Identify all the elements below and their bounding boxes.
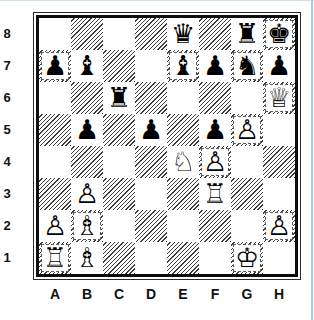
image-top-edge-line: [0, 0, 314, 1]
square-f7[interactable]: ♟: [199, 50, 231, 82]
piece-white-knight-e4: ♘: [167, 146, 199, 178]
square-e2[interactable]: [167, 210, 199, 242]
square-e8[interactable]: ♛: [167, 18, 199, 50]
rank-label-3: 3: [0, 178, 14, 210]
square-a6[interactable]: [39, 82, 71, 114]
image-right-edge-line: [311, 0, 313, 320]
square-b8[interactable]: [71, 18, 103, 50]
file-label-d: D: [135, 284, 167, 304]
square-g6[interactable]: [231, 82, 263, 114]
rank-label-2: 2: [0, 210, 14, 242]
piece-black-bishop-b7: ♝: [71, 50, 103, 82]
piece-white-pawn-h2: ♙: [263, 210, 295, 242]
square-d7[interactable]: [135, 50, 167, 82]
square-f1[interactable]: [199, 242, 231, 274]
square-c7[interactable]: [103, 50, 135, 82]
square-e4[interactable]: ♘: [167, 146, 199, 178]
square-b7[interactable]: ♝: [71, 50, 103, 82]
square-b1[interactable]: ♗: [71, 242, 103, 274]
piece-white-pawn-g5: ♙: [231, 114, 263, 146]
square-f6[interactable]: [199, 82, 231, 114]
square-a3[interactable]: [39, 178, 71, 210]
square-f8[interactable]: [199, 18, 231, 50]
piece-black-rook-g8: ♜: [231, 18, 263, 50]
square-g3[interactable]: [231, 178, 263, 210]
square-g7[interactable]: ♞: [231, 50, 263, 82]
square-a1[interactable]: ♖: [39, 242, 71, 274]
board-border: ♛♜♚♟♝♝♟♞♟♜♕♟♟♟♙♘♙♙♖♙♗♙♖♗♔: [36, 15, 298, 277]
square-g5[interactable]: ♙: [231, 114, 263, 146]
piece-white-pawn-b3: ♙: [71, 178, 103, 210]
square-b4[interactable]: [71, 146, 103, 178]
piece-black-knight-g7: ♞: [231, 50, 263, 82]
square-d6[interactable]: [135, 82, 167, 114]
square-f4[interactable]: ♙: [199, 146, 231, 178]
file-label-e: E: [167, 284, 199, 304]
square-a7[interactable]: ♟: [39, 50, 71, 82]
square-c1[interactable]: [103, 242, 135, 274]
square-h1[interactable]: [263, 242, 295, 274]
square-d5[interactable]: ♟: [135, 114, 167, 146]
piece-white-rook-a1: ♖: [39, 242, 71, 274]
square-e1[interactable]: [167, 242, 199, 274]
file-label-c: C: [103, 284, 135, 304]
square-h2[interactable]: ♙: [263, 210, 295, 242]
square-c6[interactable]: ♜: [103, 82, 135, 114]
square-d8[interactable]: [135, 18, 167, 50]
piece-black-pawn-a7: ♟: [39, 50, 71, 82]
chess-diagram: 87654321 ♛♜♚♟♝♝♟♞♟♜♕♟♟♟♙♘♙♙♖♙♗♙♖♗♔ ABCDE…: [0, 0, 314, 320]
piece-black-pawn-f7: ♟: [199, 50, 231, 82]
square-c3[interactable]: [103, 178, 135, 210]
square-g2[interactable]: [231, 210, 263, 242]
square-c4[interactable]: [103, 146, 135, 178]
square-g4[interactable]: [231, 146, 263, 178]
square-f5[interactable]: ♟: [199, 114, 231, 146]
square-d3[interactable]: [135, 178, 167, 210]
file-label-f: F: [199, 284, 231, 304]
square-h3[interactable]: [263, 178, 295, 210]
chess-board: ♛♜♚♟♝♝♟♞♟♜♕♟♟♟♙♘♙♙♖♙♗♙♖♗♔: [39, 18, 295, 274]
file-labels: ABCDEFGH: [39, 284, 295, 304]
rank-label-6: 6: [0, 82, 14, 114]
piece-black-pawn-f5: ♟: [199, 114, 231, 146]
piece-white-pawn-f4: ♙: [199, 146, 231, 178]
piece-black-queen-e8: ♛: [167, 18, 199, 50]
square-h5[interactable]: [263, 114, 295, 146]
rank-labels: 87654321: [0, 18, 14, 274]
file-label-a: A: [39, 284, 71, 304]
square-f3[interactable]: ♖: [199, 178, 231, 210]
square-b3[interactable]: ♙: [71, 178, 103, 210]
piece-black-king-h8: ♚: [263, 18, 295, 50]
square-g1[interactable]: ♔: [231, 242, 263, 274]
square-h4[interactable]: [263, 146, 295, 178]
piece-white-bishop-b2: ♗: [71, 210, 103, 242]
square-b6[interactable]: [71, 82, 103, 114]
piece-black-pawn-h7: ♟: [263, 50, 295, 82]
board-frame: ♛♜♚♟♝♝♟♞♟♜♕♟♟♟♙♘♙♙♖♙♗♙♖♗♔: [33, 12, 301, 280]
square-a4[interactable]: [39, 146, 71, 178]
piece-black-bishop-e7: ♝: [167, 50, 199, 82]
rank-label-1: 1: [0, 242, 14, 274]
square-c5[interactable]: [103, 114, 135, 146]
square-c2[interactable]: [103, 210, 135, 242]
piece-white-pawn-a2: ♙: [39, 210, 71, 242]
square-h6[interactable]: ♕: [263, 82, 295, 114]
square-a5[interactable]: [39, 114, 71, 146]
piece-white-rook-f3: ♖: [199, 178, 231, 210]
square-f2[interactable]: [199, 210, 231, 242]
square-d1[interactable]: [135, 242, 167, 274]
file-label-g: G: [231, 284, 263, 304]
piece-black-rook-c6: ♜: [103, 82, 135, 114]
piece-white-queen-h6: ♕: [263, 82, 295, 114]
square-b2[interactable]: ♗: [71, 210, 103, 242]
piece-black-pawn-b5: ♟: [71, 114, 103, 146]
square-e5[interactable]: [167, 114, 199, 146]
piece-white-bishop-b1: ♗: [71, 242, 103, 274]
square-a2[interactable]: ♙: [39, 210, 71, 242]
file-label-h: H: [263, 284, 295, 304]
square-h8[interactable]: ♚: [263, 18, 295, 50]
square-a8[interactable]: [39, 18, 71, 50]
rank-label-7: 7: [0, 50, 14, 82]
square-g8[interactable]: ♜: [231, 18, 263, 50]
square-b5[interactable]: ♟: [71, 114, 103, 146]
square-h7[interactable]: ♟: [263, 50, 295, 82]
square-e7[interactable]: ♝: [167, 50, 199, 82]
file-label-b: B: [71, 284, 103, 304]
rank-label-5: 5: [0, 114, 14, 146]
square-e3[interactable]: [167, 178, 199, 210]
rank-label-4: 4: [0, 146, 14, 178]
square-c8[interactable]: [103, 18, 135, 50]
rank-label-8: 8: [0, 18, 14, 50]
square-e6[interactable]: [167, 82, 199, 114]
square-d2[interactable]: [135, 210, 167, 242]
piece-black-pawn-d5: ♟: [135, 114, 167, 146]
piece-white-king-g1: ♔: [231, 242, 263, 274]
square-d4[interactable]: [135, 146, 167, 178]
